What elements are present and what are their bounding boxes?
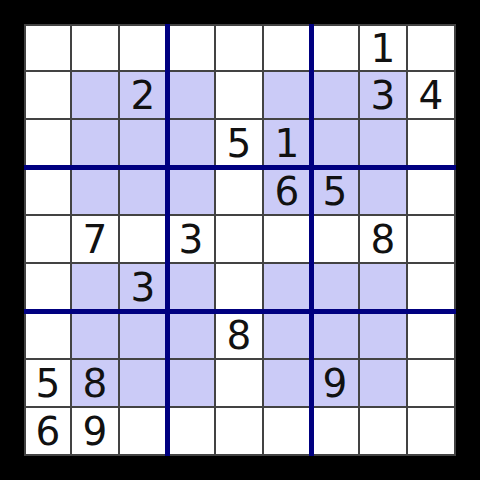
cell-r8c1[interactable]: 5 bbox=[24, 360, 72, 408]
cell-r7c9[interactable] bbox=[408, 312, 456, 360]
cell-r3c8[interactable] bbox=[360, 120, 408, 168]
cell-r6c4[interactable] bbox=[168, 264, 216, 312]
cell-r1c2[interactable] bbox=[72, 24, 120, 72]
cell-r2c1[interactable] bbox=[24, 72, 72, 120]
cell-r8c3[interactable] bbox=[120, 360, 168, 408]
cell-r1c7[interactable] bbox=[312, 24, 360, 72]
cell-r8c6[interactable] bbox=[264, 360, 312, 408]
screenshot-background: 123451657383858969 bbox=[0, 0, 480, 480]
cell-r1c9[interactable] bbox=[408, 24, 456, 72]
cell-r5c2[interactable]: 7 bbox=[72, 216, 120, 264]
cell-r4c7[interactable]: 5 bbox=[312, 168, 360, 216]
cell-r9c3[interactable] bbox=[120, 408, 168, 456]
cell-r2c4[interactable] bbox=[168, 72, 216, 120]
cell-r2c7[interactable] bbox=[312, 72, 360, 120]
cell-r8c4[interactable] bbox=[168, 360, 216, 408]
cell-r3c1[interactable] bbox=[24, 120, 72, 168]
cell-r5c8[interactable]: 8 bbox=[360, 216, 408, 264]
cell-r2c6[interactable] bbox=[264, 72, 312, 120]
cell-r4c9[interactable] bbox=[408, 168, 456, 216]
cell-r2c2[interactable] bbox=[72, 72, 120, 120]
cell-r2c8[interactable]: 3 bbox=[360, 72, 408, 120]
cell-r4c5[interactable] bbox=[216, 168, 264, 216]
cell-r5c7[interactable] bbox=[312, 216, 360, 264]
cell-r7c2[interactable] bbox=[72, 312, 120, 360]
sudoku-board: 123451657383858969 bbox=[24, 24, 456, 456]
cell-r6c3[interactable]: 3 bbox=[120, 264, 168, 312]
cell-r1c5[interactable] bbox=[216, 24, 264, 72]
cell-r8c5[interactable] bbox=[216, 360, 264, 408]
cell-r4c8[interactable] bbox=[360, 168, 408, 216]
cell-r1c1[interactable] bbox=[24, 24, 72, 72]
cell-r1c8[interactable]: 1 bbox=[360, 24, 408, 72]
cell-r5c9[interactable] bbox=[408, 216, 456, 264]
cell-r7c6[interactable] bbox=[264, 312, 312, 360]
cell-r3c3[interactable] bbox=[120, 120, 168, 168]
cell-r9c5[interactable] bbox=[216, 408, 264, 456]
cell-r3c4[interactable] bbox=[168, 120, 216, 168]
cell-r7c8[interactable] bbox=[360, 312, 408, 360]
cell-r5c5[interactable] bbox=[216, 216, 264, 264]
cell-r5c1[interactable] bbox=[24, 216, 72, 264]
cell-r4c2[interactable] bbox=[72, 168, 120, 216]
cell-r3c5[interactable]: 5 bbox=[216, 120, 264, 168]
cell-r6c6[interactable] bbox=[264, 264, 312, 312]
cell-r7c7[interactable] bbox=[312, 312, 360, 360]
cell-r3c9[interactable] bbox=[408, 120, 456, 168]
cell-r5c4[interactable]: 3 bbox=[168, 216, 216, 264]
cell-r7c5[interactable]: 8 bbox=[216, 312, 264, 360]
cell-r6c9[interactable] bbox=[408, 264, 456, 312]
sudoku-grid: 123451657383858969 bbox=[24, 24, 456, 456]
cell-r6c5[interactable] bbox=[216, 264, 264, 312]
cell-r9c4[interactable] bbox=[168, 408, 216, 456]
cell-r2c5[interactable] bbox=[216, 72, 264, 120]
cell-r4c1[interactable] bbox=[24, 168, 72, 216]
cell-r6c2[interactable] bbox=[72, 264, 120, 312]
cell-r3c7[interactable] bbox=[312, 120, 360, 168]
cell-r8c2[interactable]: 8 bbox=[72, 360, 120, 408]
cell-r7c4[interactable] bbox=[168, 312, 216, 360]
cell-r1c3[interactable] bbox=[120, 24, 168, 72]
cell-r9c7[interactable] bbox=[312, 408, 360, 456]
cell-r6c8[interactable] bbox=[360, 264, 408, 312]
cell-r9c2[interactable]: 9 bbox=[72, 408, 120, 456]
cell-r3c2[interactable] bbox=[72, 120, 120, 168]
cell-r2c3[interactable]: 2 bbox=[120, 72, 168, 120]
cell-r3c6[interactable]: 1 bbox=[264, 120, 312, 168]
cell-r7c1[interactable] bbox=[24, 312, 72, 360]
cell-r2c9[interactable]: 4 bbox=[408, 72, 456, 120]
cell-r1c6[interactable] bbox=[264, 24, 312, 72]
cell-r9c6[interactable] bbox=[264, 408, 312, 456]
cell-r4c3[interactable] bbox=[120, 168, 168, 216]
cell-r9c8[interactable] bbox=[360, 408, 408, 456]
cell-r1c4[interactable] bbox=[168, 24, 216, 72]
cell-r9c9[interactable] bbox=[408, 408, 456, 456]
cell-r5c3[interactable] bbox=[120, 216, 168, 264]
cell-r6c1[interactable] bbox=[24, 264, 72, 312]
cell-r4c6[interactable]: 6 bbox=[264, 168, 312, 216]
cell-r8c8[interactable] bbox=[360, 360, 408, 408]
cell-r5c6[interactable] bbox=[264, 216, 312, 264]
cell-r6c7[interactable] bbox=[312, 264, 360, 312]
cell-r4c4[interactable] bbox=[168, 168, 216, 216]
cell-r8c7[interactable]: 9 bbox=[312, 360, 360, 408]
cell-r7c3[interactable] bbox=[120, 312, 168, 360]
cell-r8c9[interactable] bbox=[408, 360, 456, 408]
cell-r9c1[interactable]: 6 bbox=[24, 408, 72, 456]
